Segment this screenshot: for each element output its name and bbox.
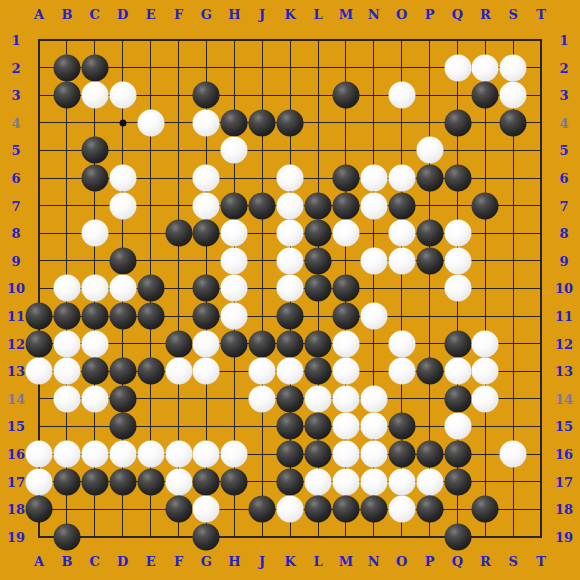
- black-stone-B2[interactable]: [53, 54, 80, 81]
- white-stone-G13[interactable]: [193, 358, 220, 385]
- column-label-bottom: A: [34, 555, 44, 568]
- row-label-right: 17: [555, 475, 573, 488]
- white-stone-J13[interactable]: [249, 358, 276, 385]
- white-stone-H16[interactable]: [221, 441, 248, 468]
- white-stone-N9[interactable]: [360, 247, 387, 274]
- white-stone-E4[interactable]: [137, 109, 164, 136]
- white-stone-M8[interactable]: [332, 220, 359, 247]
- column-label-bottom: O: [396, 555, 407, 568]
- column-label-bottom: M: [339, 555, 353, 568]
- black-stone-G11[interactable]: [193, 303, 220, 330]
- black-stone-K16[interactable]: [277, 441, 304, 468]
- white-stone-B13[interactable]: [53, 358, 80, 385]
- black-stone-F18[interactable]: [165, 496, 192, 523]
- white-stone-K8[interactable]: [277, 220, 304, 247]
- black-stone-Q4[interactable]: [444, 109, 471, 136]
- black-stone-P16[interactable]: [416, 441, 443, 468]
- row-label-left: 5: [11, 144, 20, 157]
- white-stone-H10[interactable]: [221, 275, 248, 302]
- white-stone-Q2[interactable]: [444, 54, 471, 81]
- row-label-left: 12: [7, 337, 25, 350]
- black-stone-P9[interactable]: [416, 247, 443, 274]
- black-stone-M6[interactable]: [332, 165, 359, 192]
- white-stone-B16[interactable]: [53, 441, 80, 468]
- black-stone-K12[interactable]: [277, 330, 304, 357]
- black-stone-M7[interactable]: [332, 192, 359, 219]
- white-stone-A17[interactable]: [26, 468, 53, 495]
- white-stone-K13[interactable]: [277, 358, 304, 385]
- black-stone-E10[interactable]: [137, 275, 164, 302]
- column-label-top: L: [313, 8, 322, 21]
- black-stone-G8[interactable]: [193, 220, 220, 247]
- white-stone-K6[interactable]: [277, 165, 304, 192]
- white-stone-Q15[interactable]: [444, 413, 471, 440]
- white-stone-G4[interactable]: [193, 109, 220, 136]
- row-label-right: 12: [555, 337, 573, 350]
- black-stone-B17[interactable]: [53, 468, 80, 495]
- black-stone-E17[interactable]: [137, 468, 164, 495]
- black-stone-Q17[interactable]: [444, 468, 471, 495]
- black-stone-H17[interactable]: [221, 468, 248, 495]
- white-stone-O17[interactable]: [388, 468, 415, 495]
- black-stone-N18[interactable]: [360, 496, 387, 523]
- black-stone-C13[interactable]: [81, 358, 108, 385]
- white-stone-M13[interactable]: [332, 358, 359, 385]
- grid-vertical-line: [485, 39, 486, 538]
- column-label-bottom: H: [228, 555, 240, 568]
- white-stone-R13[interactable]: [472, 358, 499, 385]
- black-stone-D13[interactable]: [109, 358, 136, 385]
- black-stone-J4[interactable]: [249, 109, 276, 136]
- row-label-left: 19: [7, 530, 25, 543]
- white-stone-R12[interactable]: [472, 330, 499, 357]
- white-stone-N14[interactable]: [360, 385, 387, 412]
- black-stone-F8[interactable]: [165, 220, 192, 247]
- column-label-bottom: F: [174, 555, 183, 568]
- white-stone-F13[interactable]: [165, 358, 192, 385]
- black-stone-D11[interactable]: [109, 303, 136, 330]
- row-label-right: 18: [555, 503, 573, 516]
- row-label-left: 17: [7, 475, 25, 488]
- black-stone-J12[interactable]: [249, 330, 276, 357]
- black-stone-O7[interactable]: [388, 192, 415, 219]
- row-label-right: 19: [555, 530, 573, 543]
- black-stone-M18[interactable]: [332, 496, 359, 523]
- white-stone-R2[interactable]: [472, 54, 499, 81]
- column-label-bottom: K: [284, 555, 295, 568]
- black-stone-R18[interactable]: [472, 496, 499, 523]
- black-stone-K15[interactable]: [277, 413, 304, 440]
- white-stone-A13[interactable]: [26, 358, 53, 385]
- white-stone-G18[interactable]: [193, 496, 220, 523]
- black-stone-G3[interactable]: [193, 82, 220, 109]
- white-stone-O12[interactable]: [388, 330, 415, 357]
- white-stone-C16[interactable]: [81, 441, 108, 468]
- row-label-right: 8: [559, 227, 568, 240]
- black-stone-L15[interactable]: [305, 413, 332, 440]
- black-stone-R7[interactable]: [472, 192, 499, 219]
- white-stone-L14[interactable]: [305, 385, 332, 412]
- white-stone-C14[interactable]: [81, 385, 108, 412]
- row-label-right: 13: [555, 365, 573, 378]
- white-stone-K10[interactable]: [277, 275, 304, 302]
- white-stone-N17[interactable]: [360, 468, 387, 495]
- row-label-left: 9: [11, 254, 20, 267]
- column-label-top: K: [284, 8, 295, 21]
- column-label-top: S: [509, 8, 518, 21]
- row-label-left: 4: [11, 116, 20, 129]
- column-label-top: T: [536, 8, 546, 21]
- black-stone-L18[interactable]: [305, 496, 332, 523]
- row-label-left: 8: [11, 227, 20, 240]
- black-stone-H7[interactable]: [221, 192, 248, 219]
- column-label-top: R: [480, 8, 491, 21]
- row-label-right: 4: [559, 116, 568, 129]
- white-stone-B14[interactable]: [53, 385, 80, 412]
- white-stone-O3[interactable]: [388, 82, 415, 109]
- column-label-bottom: G: [201, 555, 212, 568]
- row-label-left: 18: [7, 503, 25, 516]
- row-label-right: 16: [555, 448, 573, 461]
- row-label-left: 3: [11, 89, 20, 102]
- black-stone-E11[interactable]: [137, 303, 164, 330]
- black-stone-O15[interactable]: [388, 413, 415, 440]
- black-stone-D9[interactable]: [109, 247, 136, 274]
- row-label-left: 15: [7, 420, 25, 433]
- white-stone-M12[interactable]: [332, 330, 359, 357]
- black-stone-G19[interactable]: [193, 523, 220, 550]
- white-stone-Q10[interactable]: [444, 275, 471, 302]
- white-stone-O9[interactable]: [388, 247, 415, 274]
- black-stone-L13[interactable]: [305, 358, 332, 385]
- row-label-right: 1: [559, 34, 568, 47]
- black-stone-M10[interactable]: [332, 275, 359, 302]
- white-stone-K9[interactable]: [277, 247, 304, 274]
- white-stone-D10[interactable]: [109, 275, 136, 302]
- black-stone-K11[interactable]: [277, 303, 304, 330]
- white-stone-B10[interactable]: [53, 275, 80, 302]
- column-label-bottom: C: [90, 555, 100, 568]
- black-stone-D14[interactable]: [109, 385, 136, 412]
- black-stone-Q12[interactable]: [444, 330, 471, 357]
- row-label-left: 2: [11, 61, 20, 74]
- go-board[interactable]: AABBCCDDEEFFGGHHJJKKLLMMNNOOPPQQRRSSTT11…: [0, 0, 580, 580]
- black-stone-P6[interactable]: [416, 165, 443, 192]
- black-stone-C2[interactable]: [81, 54, 108, 81]
- column-label-bottom: B: [61, 555, 72, 568]
- column-label-top: P: [425, 8, 435, 21]
- row-label-left: 1: [11, 34, 20, 47]
- black-stone-P8[interactable]: [416, 220, 443, 247]
- white-stone-O13[interactable]: [388, 358, 415, 385]
- black-stone-D17[interactable]: [109, 468, 136, 495]
- row-label-left: 6: [11, 172, 20, 185]
- white-stone-H8[interactable]: [221, 220, 248, 247]
- black-stone-M3[interactable]: [332, 82, 359, 109]
- black-stone-G10[interactable]: [193, 275, 220, 302]
- black-stone-Q19[interactable]: [444, 523, 471, 550]
- column-label-bottom: T: [536, 555, 546, 568]
- white-stone-D7[interactable]: [109, 192, 136, 219]
- column-label-top: J: [259, 8, 265, 21]
- white-stone-P17[interactable]: [416, 468, 443, 495]
- white-stone-N6[interactable]: [360, 165, 387, 192]
- black-stone-Q16[interactable]: [444, 441, 471, 468]
- column-label-bottom: N: [368, 555, 380, 568]
- black-stone-Q14[interactable]: [444, 385, 471, 412]
- column-label-bottom: D: [117, 555, 128, 568]
- white-stone-A16[interactable]: [26, 441, 53, 468]
- black-stone-C5[interactable]: [81, 137, 108, 164]
- row-label-left: 11: [7, 310, 25, 323]
- row-label-left: 10: [7, 282, 25, 295]
- column-label-bottom: R: [480, 555, 491, 568]
- column-label-top: O: [396, 8, 407, 21]
- white-stone-N16[interactable]: [360, 441, 387, 468]
- black-stone-L10[interactable]: [305, 275, 332, 302]
- white-stone-Q8[interactable]: [444, 220, 471, 247]
- white-stone-N15[interactable]: [360, 413, 387, 440]
- white-stone-H9[interactable]: [221, 247, 248, 274]
- row-label-right: 3: [559, 89, 568, 102]
- column-label-bottom: P: [425, 555, 435, 568]
- black-stone-F12[interactable]: [165, 330, 192, 357]
- black-stone-C6[interactable]: [81, 165, 108, 192]
- column-label-top: C: [90, 8, 100, 21]
- white-stone-Q13[interactable]: [444, 358, 471, 385]
- row-label-right: 7: [559, 199, 568, 212]
- white-stone-M15[interactable]: [332, 413, 359, 440]
- row-label-right: 14: [555, 392, 573, 405]
- black-stone-B3[interactable]: [53, 82, 80, 109]
- white-stone-S16[interactable]: [500, 441, 527, 468]
- column-label-top: M: [339, 8, 353, 21]
- white-stone-H5[interactable]: [221, 137, 248, 164]
- column-label-top: E: [146, 8, 156, 21]
- black-stone-D15[interactable]: [109, 413, 136, 440]
- black-stone-B11[interactable]: [53, 303, 80, 330]
- black-stone-L12[interactable]: [305, 330, 332, 357]
- black-stone-P13[interactable]: [416, 358, 443, 385]
- column-label-top: B: [61, 8, 72, 21]
- white-stone-G16[interactable]: [193, 441, 220, 468]
- row-label-right: 5: [559, 144, 568, 157]
- grid-vertical-line: [540, 39, 542, 538]
- white-stone-M16[interactable]: [332, 441, 359, 468]
- black-stone-Q6[interactable]: [444, 165, 471, 192]
- white-stone-C8[interactable]: [81, 220, 108, 247]
- column-label-top: A: [34, 8, 44, 21]
- black-stone-L7[interactable]: [305, 192, 332, 219]
- white-stone-S2[interactable]: [500, 54, 527, 81]
- column-label-bottom: J: [259, 555, 265, 568]
- column-label-top: F: [174, 8, 183, 21]
- column-label-top: H: [228, 8, 240, 21]
- black-stone-C17[interactable]: [81, 468, 108, 495]
- white-stone-N11[interactable]: [360, 303, 387, 330]
- black-stone-O16[interactable]: [388, 441, 415, 468]
- white-stone-G6[interactable]: [193, 165, 220, 192]
- white-stone-D16[interactable]: [109, 441, 136, 468]
- white-stone-J14[interactable]: [249, 385, 276, 412]
- column-label-bottom: L: [313, 555, 322, 568]
- black-stone-G17[interactable]: [193, 468, 220, 495]
- white-stone-C3[interactable]: [81, 82, 108, 109]
- row-label-right: 2: [559, 61, 568, 74]
- black-stone-K4[interactable]: [277, 109, 304, 136]
- black-stone-K14[interactable]: [277, 385, 304, 412]
- black-stone-L9[interactable]: [305, 247, 332, 274]
- column-label-top: G: [201, 8, 212, 21]
- black-stone-L16[interactable]: [305, 441, 332, 468]
- black-stone-H4[interactable]: [221, 109, 248, 136]
- white-stone-O6[interactable]: [388, 165, 415, 192]
- row-label-right: 9: [559, 254, 568, 267]
- black-stone-C11[interactable]: [81, 303, 108, 330]
- black-stone-A12[interactable]: [26, 330, 53, 357]
- row-label-left: 13: [7, 365, 25, 378]
- row-label-right: 11: [555, 310, 573, 323]
- white-stone-C10[interactable]: [81, 275, 108, 302]
- column-label-top: D: [117, 8, 128, 21]
- row-label-right: 10: [555, 282, 573, 295]
- black-stone-A18[interactable]: [26, 496, 53, 523]
- white-stone-K18[interactable]: [277, 496, 304, 523]
- hoshi-point: [119, 119, 126, 126]
- black-stone-K17[interactable]: [277, 468, 304, 495]
- white-stone-F16[interactable]: [165, 441, 192, 468]
- white-stone-K7[interactable]: [277, 192, 304, 219]
- black-stone-B19[interactable]: [53, 523, 80, 550]
- black-stone-M11[interactable]: [332, 303, 359, 330]
- white-stone-O18[interactable]: [388, 496, 415, 523]
- column-label-bottom: E: [146, 555, 156, 568]
- white-stone-L17[interactable]: [305, 468, 332, 495]
- white-stone-B12[interactable]: [53, 330, 80, 357]
- black-stone-R3[interactable]: [472, 82, 499, 109]
- column-label-bottom: S: [509, 555, 518, 568]
- column-label-top: Q: [452, 8, 463, 21]
- black-stone-L8[interactable]: [305, 220, 332, 247]
- white-stone-N7[interactable]: [360, 192, 387, 219]
- white-stone-F17[interactable]: [165, 468, 192, 495]
- row-label-left: 14: [7, 392, 25, 405]
- black-stone-A11[interactable]: [26, 303, 53, 330]
- white-stone-R14[interactable]: [472, 385, 499, 412]
- white-stone-G12[interactable]: [193, 330, 220, 357]
- white-stone-M17[interactable]: [332, 468, 359, 495]
- white-stone-Q9[interactable]: [444, 247, 471, 274]
- white-stone-O8[interactable]: [388, 220, 415, 247]
- white-stone-C12[interactable]: [81, 330, 108, 357]
- white-stone-D3[interactable]: [109, 82, 136, 109]
- white-stone-D6[interactable]: [109, 165, 136, 192]
- row-label-right: 6: [559, 172, 568, 185]
- white-stone-S3[interactable]: [500, 82, 527, 109]
- column-label-top: N: [368, 8, 380, 21]
- black-stone-S4[interactable]: [500, 109, 527, 136]
- row-label-left: 7: [11, 199, 20, 212]
- row-label-right: 15: [555, 420, 573, 433]
- black-stone-J7[interactable]: [249, 192, 276, 219]
- black-stone-J18[interactable]: [249, 496, 276, 523]
- white-stone-E16[interactable]: [137, 441, 164, 468]
- white-stone-P5[interactable]: [416, 137, 443, 164]
- white-stone-G7[interactable]: [193, 192, 220, 219]
- white-stone-M14[interactable]: [332, 385, 359, 412]
- black-stone-P18[interactable]: [416, 496, 443, 523]
- black-stone-E13[interactable]: [137, 358, 164, 385]
- white-stone-H11[interactable]: [221, 303, 248, 330]
- column-label-bottom: Q: [452, 555, 463, 568]
- black-stone-H12[interactable]: [221, 330, 248, 357]
- row-label-left: 16: [7, 448, 25, 461]
